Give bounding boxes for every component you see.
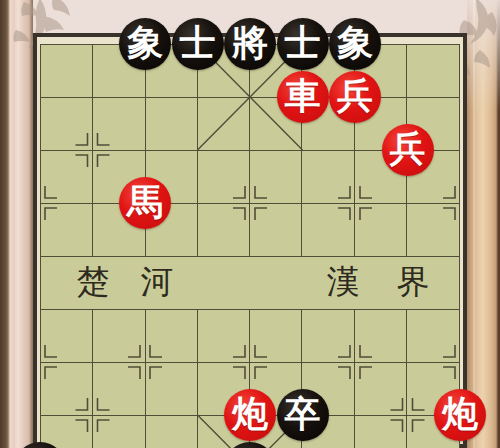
piece-black-advisor-1[interactable]: 士 [172,18,224,70]
piece-glyph: 將 [232,25,268,61]
piece-red-cannon-1[interactable]: 炮 [224,389,276,441]
board-cell [146,98,198,151]
board-cell [355,204,407,257]
piece-black-soldier[interactable]: 卒 [277,389,329,441]
board-cell [198,310,250,363]
board-cell [250,257,302,310]
board-cell [302,151,354,204]
board-cell [93,416,145,448]
piece-glyph: 車 [285,78,321,114]
board-cell [407,204,459,257]
piece-black-elephant-1[interactable]: 象 [119,18,171,70]
board-cell [198,257,250,310]
board-cell [198,98,250,151]
river-label: 漢 [327,260,360,305]
piece-black-advisor-2[interactable]: 士 [277,18,329,70]
board-cell [93,98,145,151]
piece-glyph: 兵 [390,131,426,167]
board-cell [41,98,93,151]
piece-red-soldier-2[interactable]: 兵 [382,124,434,176]
piece-red-cannon-2[interactable]: 炮 [434,389,486,441]
board-cell [198,151,250,204]
piece-black-elephant-2[interactable]: 象 [329,18,381,70]
board-cell [41,204,93,257]
wood-frame-left [0,0,33,448]
board-cell [250,204,302,257]
river-label: 河 [141,260,174,305]
board-cell [146,416,198,448]
xiangqi-board[interactable]: 楚 河 漢 界 象士將士象車兵兵馬炮卒炮 [40,44,460,448]
piece-glyph: 炮 [442,396,478,432]
board-cell [250,151,302,204]
piece-glyph: 象 [337,25,373,61]
piece-glyph: 士 [180,25,216,61]
piece-glyph: 士 [285,25,321,61]
board-cell [302,310,354,363]
board-cell [250,310,302,363]
board-cell [41,310,93,363]
piece-red-chariot[interactable]: 車 [277,71,329,123]
river-label: 楚 [77,260,110,305]
board-cell [41,151,93,204]
piece-glyph: 卒 [285,396,321,432]
piece-red-horse[interactable]: 馬 [119,177,171,229]
river-label: 界 [397,260,430,305]
board-cell [355,416,407,448]
piece-glyph: 象 [127,25,163,61]
board-cell [302,204,354,257]
board-cell [41,363,93,416]
board-cell [355,310,407,363]
xiangqi-app: { "game": "xiangqi", "title": "Xiangqi (… [0,0,500,448]
board-cell [355,363,407,416]
board-cell [146,363,198,416]
board-grid [40,44,460,448]
piece-glyph: 炮 [232,396,268,432]
board-cell [93,310,145,363]
board-cell [93,363,145,416]
board-cell [146,310,198,363]
board-cell [407,310,459,363]
board-cell [41,45,93,98]
board-cell [198,204,250,257]
board-cell [407,45,459,98]
piece-red-soldier-1[interactable]: 兵 [329,71,381,123]
piece-glyph: 馬 [127,184,163,220]
piece-black-general[interactable]: 將 [224,18,276,70]
piece-glyph: 兵 [337,78,373,114]
